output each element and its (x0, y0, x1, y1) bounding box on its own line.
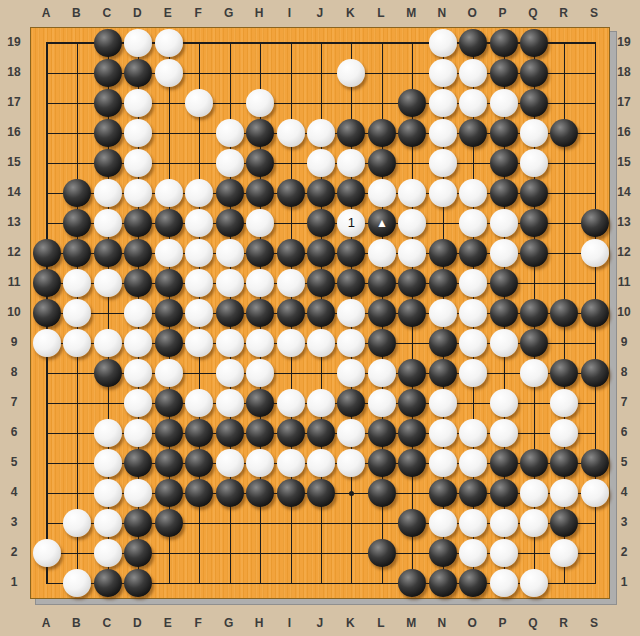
coord-label-right-4: 4 (614, 485, 634, 499)
white-stone-O18 (459, 59, 487, 87)
white-stone-H8 (246, 359, 274, 387)
coord-label-right-1: 1 (614, 575, 634, 589)
coord-label-right-14: 14 (614, 185, 634, 199)
white-stone-K13: 1 (337, 209, 365, 237)
coord-label-top-P: P (493, 6, 513, 20)
black-stone-E9 (155, 329, 183, 357)
black-stone-Q5 (520, 449, 548, 477)
black-stone-N2 (429, 539, 457, 567)
black-stone-D11 (124, 269, 152, 297)
white-stone-G9 (216, 329, 244, 357)
coord-label-left-4: 4 (4, 485, 24, 499)
black-stone-R10 (550, 299, 578, 327)
black-stone-O16 (459, 119, 487, 147)
go-board[interactable]: 1▲ (30, 27, 610, 599)
black-stone-C12 (94, 239, 122, 267)
coord-label-left-14: 14 (4, 185, 24, 199)
black-stone-S13 (581, 209, 609, 237)
white-stone-J9 (307, 329, 335, 357)
star-point-K4 (349, 491, 354, 496)
black-stone-L6 (368, 419, 396, 447)
white-stone-H11 (246, 269, 274, 297)
black-stone-B13 (63, 209, 91, 237)
coord-label-top-Q: Q (523, 6, 543, 20)
go-diagram: 1▲ AABBCCDDEEFFGGHHIIJJKKLLMMNNOOPPQQRRS… (0, 0, 640, 636)
coord-label-left-12: 12 (4, 245, 24, 259)
white-stone-D9 (124, 329, 152, 357)
coord-label-bottom-I: I (280, 616, 300, 630)
coord-label-top-D: D (127, 6, 147, 20)
black-stone-Q10 (520, 299, 548, 327)
white-stone-E12 (155, 239, 183, 267)
white-stone-O2 (459, 539, 487, 567)
black-stone-G10 (216, 299, 244, 327)
black-stone-I10 (277, 299, 305, 327)
white-stone-F10 (185, 299, 213, 327)
black-stone-M11 (398, 269, 426, 297)
black-stone-L11 (368, 269, 396, 297)
coord-label-left-6: 6 (4, 425, 24, 439)
black-stone-O19 (459, 29, 487, 57)
white-stone-D15 (124, 149, 152, 177)
coord-label-top-F: F (188, 6, 208, 20)
coord-label-top-R: R (553, 6, 573, 20)
coord-label-right-19: 19 (614, 35, 634, 49)
coord-label-left-19: 19 (4, 35, 24, 49)
white-stone-K10 (337, 299, 365, 327)
white-stone-N15 (429, 149, 457, 177)
white-stone-F11 (185, 269, 213, 297)
black-stone-L10 (368, 299, 396, 327)
coord-label-top-O: O (462, 6, 482, 20)
coord-label-right-9: 9 (614, 335, 634, 349)
coord-label-top-I: I (280, 6, 300, 20)
coord-label-right-15: 15 (614, 155, 634, 169)
black-stone-A12 (33, 239, 61, 267)
white-stone-H9 (246, 329, 274, 357)
black-stone-L16 (368, 119, 396, 147)
coord-label-right-18: 18 (614, 65, 634, 79)
white-stone-P9 (490, 329, 518, 357)
white-stone-K15 (337, 149, 365, 177)
black-stone-K14 (337, 179, 365, 207)
black-stone-P18 (490, 59, 518, 87)
black-stone-G4 (216, 479, 244, 507)
white-stone-M12 (398, 239, 426, 267)
white-stone-G11 (216, 269, 244, 297)
black-stone-M16 (398, 119, 426, 147)
white-stone-N3 (429, 509, 457, 537)
black-stone-O4 (459, 479, 487, 507)
white-stone-K6 (337, 419, 365, 447)
white-stone-C13 (94, 209, 122, 237)
coord-label-top-J: J (310, 6, 330, 20)
black-stone-H4 (246, 479, 274, 507)
black-stone-C16 (94, 119, 122, 147)
black-stone-Q18 (520, 59, 548, 87)
black-stone-D18 (124, 59, 152, 87)
black-stone-M7 (398, 389, 426, 417)
coord-label-bottom-Q: Q (523, 616, 543, 630)
coord-label-bottom-E: E (158, 616, 178, 630)
white-stone-E8 (155, 359, 183, 387)
black-stone-K16 (337, 119, 365, 147)
coord-label-left-11: 11 (4, 275, 24, 289)
white-stone-L7 (368, 389, 396, 417)
white-stone-R6 (550, 419, 578, 447)
black-stone-D1 (124, 569, 152, 597)
coord-label-right-17: 17 (614, 95, 634, 109)
white-stone-O11 (459, 269, 487, 297)
white-stone-D4 (124, 479, 152, 507)
white-stone-O14 (459, 179, 487, 207)
black-stone-D12 (124, 239, 152, 267)
black-stone-M6 (398, 419, 426, 447)
coord-label-left-17: 17 (4, 95, 24, 109)
coord-label-left-10: 10 (4, 305, 24, 319)
white-stone-O13 (459, 209, 487, 237)
black-stone-C18 (94, 59, 122, 87)
black-stone-P16 (490, 119, 518, 147)
coord-label-top-A: A (36, 6, 56, 20)
white-stone-O6 (459, 419, 487, 447)
black-stone-N8 (429, 359, 457, 387)
black-stone-M8 (398, 359, 426, 387)
black-stone-E7 (155, 389, 183, 417)
coord-label-bottom-B: B (66, 616, 86, 630)
white-stone-M13 (398, 209, 426, 237)
black-stone-M17 (398, 89, 426, 117)
coord-label-bottom-K: K (340, 616, 360, 630)
coord-label-right-13: 13 (614, 215, 634, 229)
coord-label-bottom-P: P (493, 616, 513, 630)
black-stone-M1 (398, 569, 426, 597)
black-stone-S5 (581, 449, 609, 477)
coord-label-bottom-S: S (584, 616, 604, 630)
white-stone-P3 (490, 509, 518, 537)
coord-label-right-8: 8 (614, 365, 634, 379)
white-stone-O5 (459, 449, 487, 477)
coord-label-right-3: 3 (614, 515, 634, 529)
white-stone-P13 (490, 209, 518, 237)
black-stone-Q17 (520, 89, 548, 117)
white-stone-Q3 (520, 509, 548, 537)
black-stone-N11 (429, 269, 457, 297)
black-stone-R8 (550, 359, 578, 387)
black-stone-Q9 (520, 329, 548, 357)
white-stone-F17 (185, 89, 213, 117)
white-stone-S12 (581, 239, 609, 267)
black-stone-Q13 (520, 209, 548, 237)
white-stone-D19 (124, 29, 152, 57)
white-stone-D17 (124, 89, 152, 117)
white-stone-O3 (459, 509, 487, 537)
black-stone-D3 (124, 509, 152, 537)
black-stone-K7 (337, 389, 365, 417)
move-number-label: 1 (348, 209, 355, 237)
white-stone-R4 (550, 479, 578, 507)
black-stone-L5 (368, 449, 396, 477)
black-stone-G6 (216, 419, 244, 447)
white-stone-B9 (63, 329, 91, 357)
white-stone-S4 (581, 479, 609, 507)
coord-label-right-10: 10 (614, 305, 634, 319)
black-stone-E5 (155, 449, 183, 477)
coord-label-left-13: 13 (4, 215, 24, 229)
coord-label-left-2: 2 (4, 545, 24, 559)
black-stone-N4 (429, 479, 457, 507)
black-stone-C17 (94, 89, 122, 117)
black-stone-H6 (246, 419, 274, 447)
black-stone-M10 (398, 299, 426, 327)
white-stone-N14 (429, 179, 457, 207)
coord-label-right-2: 2 (614, 545, 634, 559)
white-stone-G15 (216, 149, 244, 177)
coord-label-bottom-C: C (97, 616, 117, 630)
white-stone-P12 (490, 239, 518, 267)
black-stone-O1 (459, 569, 487, 597)
white-stone-Q16 (520, 119, 548, 147)
black-stone-P11 (490, 269, 518, 297)
white-stone-Q4 (520, 479, 548, 507)
black-stone-Q12 (520, 239, 548, 267)
white-stone-E19 (155, 29, 183, 57)
coord-label-bottom-O: O (462, 616, 482, 630)
white-stone-C14 (94, 179, 122, 207)
coord-label-top-E: E (158, 6, 178, 20)
white-stone-C5 (94, 449, 122, 477)
white-stone-O8 (459, 359, 487, 387)
white-stone-B10 (63, 299, 91, 327)
coord-label-bottom-M: M (401, 616, 421, 630)
white-stone-I7 (277, 389, 305, 417)
white-stone-C4 (94, 479, 122, 507)
black-stone-R5 (550, 449, 578, 477)
black-stone-G14 (216, 179, 244, 207)
white-stone-O9 (459, 329, 487, 357)
black-stone-C1 (94, 569, 122, 597)
white-stone-P6 (490, 419, 518, 447)
black-stone-P10 (490, 299, 518, 327)
white-stone-N19 (429, 29, 457, 57)
coord-label-top-B: B (66, 6, 86, 20)
coord-label-bottom-D: D (127, 616, 147, 630)
coord-label-bottom-G: G (219, 616, 239, 630)
coord-label-top-M: M (401, 6, 421, 20)
triangle-mark-icon: ▲ (376, 209, 388, 237)
coord-label-left-18: 18 (4, 65, 24, 79)
coord-label-bottom-L: L (371, 616, 391, 630)
white-stone-D7 (124, 389, 152, 417)
white-stone-N6 (429, 419, 457, 447)
black-stone-P15 (490, 149, 518, 177)
coord-label-left-5: 5 (4, 455, 24, 469)
black-stone-J6 (307, 419, 335, 447)
white-stone-P17 (490, 89, 518, 117)
coord-label-bottom-J: J (310, 616, 330, 630)
white-stone-J5 (307, 449, 335, 477)
white-stone-L14 (368, 179, 396, 207)
black-stone-I12 (277, 239, 305, 267)
white-stone-F9 (185, 329, 213, 357)
black-stone-Q19 (520, 29, 548, 57)
black-stone-K11 (337, 269, 365, 297)
coord-label-top-G: G (219, 6, 239, 20)
black-stone-P5 (490, 449, 518, 477)
coord-label-top-N: N (432, 6, 452, 20)
black-stone-J4 (307, 479, 335, 507)
white-stone-C3 (94, 509, 122, 537)
black-stone-I6 (277, 419, 305, 447)
coord-label-bottom-N: N (432, 616, 452, 630)
black-stone-N1 (429, 569, 457, 597)
white-stone-C6 (94, 419, 122, 447)
black-stone-G13 (216, 209, 244, 237)
white-stone-F7 (185, 389, 213, 417)
coord-label-top-K: K (340, 6, 360, 20)
coord-label-left-1: 1 (4, 575, 24, 589)
black-stone-E10 (155, 299, 183, 327)
white-stone-D8 (124, 359, 152, 387)
white-stone-N17 (429, 89, 457, 117)
black-stone-J10 (307, 299, 335, 327)
white-stone-D10 (124, 299, 152, 327)
black-stone-E11 (155, 269, 183, 297)
black-stone-N9 (429, 329, 457, 357)
coord-label-left-16: 16 (4, 125, 24, 139)
white-stone-N7 (429, 389, 457, 417)
white-stone-D16 (124, 119, 152, 147)
white-stone-B3 (63, 509, 91, 537)
white-stone-K18 (337, 59, 365, 87)
black-stone-E13 (155, 209, 183, 237)
white-stone-H5 (246, 449, 274, 477)
white-stone-G7 (216, 389, 244, 417)
white-stone-H13 (246, 209, 274, 237)
black-stone-S8 (581, 359, 609, 387)
white-stone-B1 (63, 569, 91, 597)
black-stone-E4 (155, 479, 183, 507)
white-stone-P2 (490, 539, 518, 567)
black-stone-E6 (155, 419, 183, 447)
black-stone-B12 (63, 239, 91, 267)
black-stone-P4 (490, 479, 518, 507)
black-stone-J11 (307, 269, 335, 297)
white-stone-A2 (33, 539, 61, 567)
white-stone-E14 (155, 179, 183, 207)
black-stone-L2 (368, 539, 396, 567)
white-stone-A9 (33, 329, 61, 357)
black-stone-F4 (185, 479, 213, 507)
white-stone-C2 (94, 539, 122, 567)
black-stone-L4 (368, 479, 396, 507)
black-stone-C8 (94, 359, 122, 387)
white-stone-G5 (216, 449, 244, 477)
black-stone-N12 (429, 239, 457, 267)
white-stone-I5 (277, 449, 305, 477)
white-stone-K5 (337, 449, 365, 477)
black-stone-F6 (185, 419, 213, 447)
coord-label-top-S: S (584, 6, 604, 20)
white-stone-G16 (216, 119, 244, 147)
black-stone-J14 (307, 179, 335, 207)
black-stone-D2 (124, 539, 152, 567)
white-stone-F12 (185, 239, 213, 267)
white-stone-L8 (368, 359, 396, 387)
black-stone-R3 (550, 509, 578, 537)
coord-label-left-7: 7 (4, 395, 24, 409)
black-stone-P14 (490, 179, 518, 207)
coord-label-right-6: 6 (614, 425, 634, 439)
white-stone-N18 (429, 59, 457, 87)
white-stone-J16 (307, 119, 335, 147)
black-stone-I4 (277, 479, 305, 507)
black-stone-H15 (246, 149, 274, 177)
black-stone-S10 (581, 299, 609, 327)
coord-label-left-15: 15 (4, 155, 24, 169)
white-stone-G8 (216, 359, 244, 387)
black-stone-A10 (33, 299, 61, 327)
white-stone-F14 (185, 179, 213, 207)
coord-label-left-8: 8 (4, 365, 24, 379)
coord-label-left-9: 9 (4, 335, 24, 349)
white-stone-L12 (368, 239, 396, 267)
white-stone-I11 (277, 269, 305, 297)
coord-label-right-16: 16 (614, 125, 634, 139)
black-stone-K12 (337, 239, 365, 267)
coord-label-left-3: 3 (4, 515, 24, 529)
white-stone-C11 (94, 269, 122, 297)
black-stone-R16 (550, 119, 578, 147)
black-stone-F5 (185, 449, 213, 477)
black-stone-J12 (307, 239, 335, 267)
white-stone-K9 (337, 329, 365, 357)
black-stone-E3 (155, 509, 183, 537)
white-stone-Q15 (520, 149, 548, 177)
white-stone-J7 (307, 389, 335, 417)
white-stone-E18 (155, 59, 183, 87)
white-stone-D6 (124, 419, 152, 447)
black-stone-B14 (63, 179, 91, 207)
white-stone-Q8 (520, 359, 548, 387)
white-stone-F13 (185, 209, 213, 237)
coord-label-bottom-H: H (249, 616, 269, 630)
black-stone-H12 (246, 239, 274, 267)
white-stone-H17 (246, 89, 274, 117)
white-stone-N10 (429, 299, 457, 327)
white-stone-R2 (550, 539, 578, 567)
black-stone-M5 (398, 449, 426, 477)
coord-label-top-C: C (97, 6, 117, 20)
black-stone-M3 (398, 509, 426, 537)
black-stone-C19 (94, 29, 122, 57)
white-stone-O10 (459, 299, 487, 327)
black-stone-H7 (246, 389, 274, 417)
black-stone-H10 (246, 299, 274, 327)
white-stone-O17 (459, 89, 487, 117)
white-stone-M14 (398, 179, 426, 207)
coord-label-bottom-R: R (553, 616, 573, 630)
white-stone-Q1 (520, 569, 548, 597)
white-stone-J15 (307, 149, 335, 177)
black-stone-H14 (246, 179, 274, 207)
coord-label-bottom-F: F (188, 616, 208, 630)
black-stone-I14 (277, 179, 305, 207)
black-stone-L9 (368, 329, 396, 357)
black-stone-Q14 (520, 179, 548, 207)
white-stone-N5 (429, 449, 457, 477)
white-stone-N16 (429, 119, 457, 147)
